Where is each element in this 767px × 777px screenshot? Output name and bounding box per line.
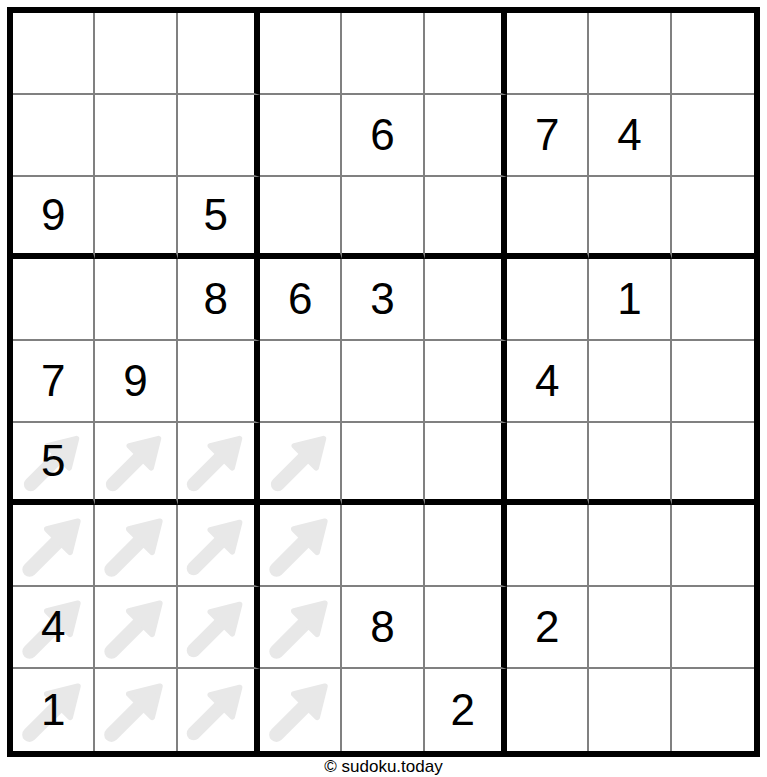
given-digit: 6 xyxy=(288,277,312,321)
cell-r6c7[interactable] xyxy=(507,423,589,505)
cell-r8c8[interactable] xyxy=(589,587,671,669)
cell-r1c7[interactable] xyxy=(507,13,589,95)
given-digit: 6 xyxy=(370,113,394,157)
given-digit: 5 xyxy=(41,439,65,483)
cell-r7c3[interactable] xyxy=(178,505,260,587)
ne-arrow-icon xyxy=(260,423,340,499)
cell-r2c8[interactable]: 4 xyxy=(589,95,671,177)
cell-r8c7[interactable]: 2 xyxy=(507,587,589,669)
copyright-credit: © sudoku.today xyxy=(0,756,767,777)
given-digit: 4 xyxy=(535,359,559,403)
cell-r5c4[interactable] xyxy=(260,341,342,423)
cell-r1c3[interactable] xyxy=(178,13,260,95)
cell-r5c3[interactable] xyxy=(178,341,260,423)
cell-r1c2[interactable] xyxy=(95,13,177,95)
ne-arrow-icon xyxy=(95,587,175,667)
given-digit: 1 xyxy=(41,688,65,732)
cell-r3c3[interactable]: 5 xyxy=(178,177,260,259)
cell-r4c4[interactable]: 6 xyxy=(260,259,342,341)
cell-r8c2[interactable] xyxy=(95,587,177,669)
cell-r9c5[interactable] xyxy=(342,669,424,751)
cell-r9c6[interactable]: 2 xyxy=(425,669,507,751)
cell-r3c8[interactable] xyxy=(589,177,671,259)
cell-r2c4[interactable] xyxy=(260,95,342,177)
ne-arrow-icon xyxy=(13,505,93,585)
ne-arrow-icon xyxy=(178,423,254,499)
cell-r9c1[interactable]: 1 xyxy=(13,669,95,751)
cell-r1c5[interactable] xyxy=(342,13,424,95)
cell-r3c2[interactable] xyxy=(95,177,177,259)
ne-arrow-icon xyxy=(178,505,254,585)
cell-r9c2[interactable] xyxy=(95,669,177,751)
cell-r7c8[interactable] xyxy=(589,505,671,587)
cell-r7c6[interactable] xyxy=(425,505,507,587)
cell-r4c2[interactable] xyxy=(95,259,177,341)
ne-arrow-icon xyxy=(260,669,340,751)
cell-r8c3[interactable] xyxy=(178,587,260,669)
cell-r4c7[interactable] xyxy=(507,259,589,341)
cell-r9c7[interactable] xyxy=(507,669,589,751)
given-digit: 7 xyxy=(535,113,559,157)
cell-r6c9[interactable] xyxy=(672,423,754,505)
ne-arrow-icon xyxy=(95,423,175,499)
cell-r3c1[interactable]: 9 xyxy=(13,177,95,259)
given-digit: 4 xyxy=(617,113,641,157)
cell-r5c6[interactable] xyxy=(425,341,507,423)
cell-r8c9[interactable] xyxy=(672,587,754,669)
ne-arrow-icon xyxy=(178,669,254,751)
cell-r6c2[interactable] xyxy=(95,423,177,505)
cell-r7c1[interactable] xyxy=(13,505,95,587)
given-digit: 3 xyxy=(370,277,394,321)
cell-r8c5[interactable]: 8 xyxy=(342,587,424,669)
cell-r2c7[interactable]: 7 xyxy=(507,95,589,177)
ne-arrow-icon xyxy=(178,587,254,667)
cell-r6c5[interactable] xyxy=(342,423,424,505)
cell-r8c6[interactable] xyxy=(425,587,507,669)
ne-arrow-icon xyxy=(95,505,175,585)
given-digit: 2 xyxy=(451,688,475,732)
cell-r6c8[interactable] xyxy=(589,423,671,505)
given-digit: 8 xyxy=(204,277,228,321)
given-digit: 9 xyxy=(41,193,65,237)
cell-r9c3[interactable] xyxy=(178,669,260,751)
given-digit: 7 xyxy=(41,359,65,403)
cell-r4c5[interactable]: 3 xyxy=(342,259,424,341)
cell-r7c4[interactable] xyxy=(260,505,342,587)
cell-r8c4[interactable] xyxy=(260,587,342,669)
cell-r2c2[interactable] xyxy=(95,95,177,177)
cell-r5c1[interactable]: 7 xyxy=(13,341,95,423)
given-digit: 4 xyxy=(41,605,65,649)
cell-r1c1[interactable] xyxy=(13,13,95,95)
cell-r2c6[interactable] xyxy=(425,95,507,177)
cell-r1c6[interactable] xyxy=(425,13,507,95)
cell-r2c1[interactable] xyxy=(13,95,95,177)
cell-r3c7[interactable] xyxy=(507,177,589,259)
cell-r5c7[interactable]: 4 xyxy=(507,341,589,423)
cell-r9c8[interactable] xyxy=(589,669,671,751)
cell-r5c8[interactable] xyxy=(589,341,671,423)
cell-r5c5[interactable] xyxy=(342,341,424,423)
cell-r4c6[interactable] xyxy=(425,259,507,341)
cell-r3c6[interactable] xyxy=(425,177,507,259)
cell-r4c1[interactable] xyxy=(13,259,95,341)
given-digit: 8 xyxy=(370,605,394,649)
cell-r6c3[interactable] xyxy=(178,423,260,505)
given-digit: 9 xyxy=(123,359,147,403)
cell-r9c9[interactable] xyxy=(672,669,754,751)
ne-arrow-icon xyxy=(260,587,340,667)
cell-r4c3[interactable]: 8 xyxy=(178,259,260,341)
cell-r1c9[interactable] xyxy=(672,13,754,95)
ne-arrow-icon xyxy=(95,669,175,751)
cell-r3c5[interactable] xyxy=(342,177,424,259)
cell-r5c9[interactable] xyxy=(672,341,754,423)
given-digit: 1 xyxy=(617,277,641,321)
cell-r6c1[interactable]: 5 xyxy=(13,423,95,505)
cell-r4c8[interactable]: 1 xyxy=(589,259,671,341)
cell-r7c9[interactable] xyxy=(672,505,754,587)
cell-r8c1[interactable]: 4 xyxy=(13,587,95,669)
cell-r3c9[interactable] xyxy=(672,177,754,259)
cell-r7c5[interactable] xyxy=(342,505,424,587)
sudoku-board: 674958631794548212 xyxy=(7,7,760,757)
cell-r7c2[interactable] xyxy=(95,505,177,587)
cell-r9c4[interactable] xyxy=(260,669,342,751)
cell-r1c4[interactable] xyxy=(260,13,342,95)
cell-r2c9[interactable] xyxy=(672,95,754,177)
cell-r3c4[interactable] xyxy=(260,177,342,259)
cell-r6c4[interactable] xyxy=(260,423,342,505)
ne-arrow-icon xyxy=(260,505,340,585)
cell-r1c8[interactable] xyxy=(589,13,671,95)
given-digit: 5 xyxy=(204,193,228,237)
cell-r7c7[interactable] xyxy=(507,505,589,587)
cell-r5c2[interactable]: 9 xyxy=(95,341,177,423)
cell-r6c6[interactable] xyxy=(425,423,507,505)
given-digit: 2 xyxy=(535,605,559,649)
cell-r2c5[interactable]: 6 xyxy=(342,95,424,177)
cell-r4c9[interactable] xyxy=(672,259,754,341)
cell-r2c3[interactable] xyxy=(178,95,260,177)
